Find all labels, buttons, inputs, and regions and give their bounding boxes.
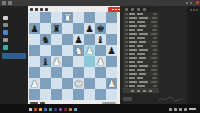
taskbar-app-icon[interactable] xyxy=(39,108,42,111)
white-move[interactable] xyxy=(129,65,137,67)
white-move[interactable] xyxy=(129,53,135,55)
square-g3[interactable] xyxy=(95,67,106,78)
piece-wR-d8: ♜ xyxy=(63,12,72,23)
move-number xyxy=(125,29,128,31)
white-move[interactable] xyxy=(129,45,135,47)
square-a5[interactable] xyxy=(29,45,40,56)
piece-bP-f7: ♟ xyxy=(85,23,94,34)
move-list xyxy=(123,12,159,88)
square-h6[interactable] xyxy=(106,34,117,45)
move-number xyxy=(125,41,128,43)
square-f3[interactable] xyxy=(84,67,95,78)
piece-bK-g7: ♚ xyxy=(96,23,105,34)
eval-value xyxy=(151,45,157,47)
square-b7[interactable] xyxy=(40,23,51,34)
eval-value xyxy=(151,21,157,23)
square-h3[interactable] xyxy=(106,67,117,78)
square-e6[interactable]: ♟ xyxy=(73,34,84,45)
taskbar-app-icon[interactable] xyxy=(54,108,57,111)
eval-value xyxy=(153,25,157,27)
square-a6[interactable] xyxy=(29,34,40,45)
site-menu-icon[interactable] xyxy=(30,8,33,11)
white-move[interactable] xyxy=(129,17,137,19)
square-b5[interactable] xyxy=(40,45,51,56)
square-c5[interactable] xyxy=(51,45,62,56)
square-a3[interactable] xyxy=(29,67,40,78)
app-icon-4[interactable] xyxy=(3,38,8,42)
taskbar xyxy=(0,104,200,113)
white-move[interactable] xyxy=(129,21,135,23)
white-move[interactable] xyxy=(129,81,137,83)
tray-icon[interactable] xyxy=(179,108,182,111)
move-tab-icon-3[interactable] xyxy=(137,8,140,11)
square-f1[interactable] xyxy=(84,89,95,100)
maximize-icon[interactable] xyxy=(190,2,192,4)
move-number xyxy=(125,85,128,87)
eval-value xyxy=(151,69,157,71)
white-move[interactable] xyxy=(129,49,137,51)
white-move[interactable] xyxy=(129,73,137,75)
right-edge-panel xyxy=(187,6,200,104)
analysis-panel xyxy=(120,6,187,104)
taskbar-app-icon[interactable] xyxy=(74,108,77,111)
black-move[interactable] xyxy=(137,21,145,23)
black-move[interactable] xyxy=(137,85,145,87)
black-move[interactable] xyxy=(137,61,143,63)
square-a2[interactable]: ♟ xyxy=(29,78,40,89)
black-move[interactable] xyxy=(137,53,145,55)
site-nav-icon-1[interactable] xyxy=(35,8,38,11)
square-a8[interactable] xyxy=(29,12,40,23)
move-number xyxy=(125,69,128,71)
eval-value xyxy=(153,49,157,51)
tray-icon[interactable] xyxy=(184,108,187,111)
white-move[interactable] xyxy=(129,85,135,87)
chess-board: ♜♟♜♟♚♞♟♝♞♟♟♝♟♟♟♚♟ xyxy=(29,12,117,100)
square-a4[interactable] xyxy=(29,56,40,67)
badge-dot xyxy=(112,9,114,11)
black-move[interactable] xyxy=(137,37,145,39)
piece-wP-h2: ♟ xyxy=(107,78,116,89)
piece-wP-c4: ♟ xyxy=(52,56,61,67)
square-d5[interactable] xyxy=(62,45,73,56)
eval-value xyxy=(152,17,157,19)
move-number xyxy=(125,65,128,67)
eval-value xyxy=(151,57,157,59)
square-b3[interactable] xyxy=(40,67,51,78)
white-move[interactable] xyxy=(129,41,137,43)
page-content: ♜♟♜♟♚♞♟♝♞♟♟♝♟♟♟♚♟ xyxy=(28,6,120,104)
square-c1[interactable] xyxy=(51,89,62,100)
piece-bB-g6: ♝ xyxy=(96,34,105,45)
app-icon-2[interactable] xyxy=(3,23,8,27)
piece-bP-a7: ♟ xyxy=(30,23,39,34)
tray-icon[interactable] xyxy=(174,108,177,111)
piece-wK-e2: ♚ xyxy=(74,78,83,89)
eval-value xyxy=(153,73,157,75)
square-e7[interactable] xyxy=(73,23,84,34)
eval-value xyxy=(153,37,157,39)
black-move[interactable] xyxy=(137,77,143,79)
square-g2[interactable] xyxy=(95,78,106,89)
square-h2[interactable]: ♟ xyxy=(106,78,117,89)
white-move[interactable] xyxy=(129,13,135,15)
square-c2[interactable] xyxy=(51,78,62,89)
app-icon-6[interactable] xyxy=(2,53,26,59)
square-c4[interactable]: ♟ xyxy=(51,56,62,67)
white-move[interactable] xyxy=(129,33,137,35)
taskbar-clock xyxy=(189,108,196,110)
square-b4[interactable]: ♝ xyxy=(40,56,51,67)
square-d8[interactable]: ♜ xyxy=(62,12,73,23)
eval-value xyxy=(151,81,157,83)
square-d7[interactable] xyxy=(62,23,73,34)
white-move[interactable] xyxy=(129,69,135,71)
taskbar-app-icon[interactable] xyxy=(44,108,47,111)
move-number xyxy=(125,21,128,23)
white-move[interactable] xyxy=(129,61,135,63)
piece-bP-e6: ♟ xyxy=(74,34,83,45)
square-d3[interactable] xyxy=(62,67,73,78)
square-e1[interactable] xyxy=(73,89,84,100)
minimize-icon[interactable] xyxy=(186,2,188,4)
square-h7[interactable] xyxy=(106,23,117,34)
piece-wN-e5: ♞ xyxy=(74,45,83,56)
black-move[interactable] xyxy=(139,81,148,83)
square-b8[interactable] xyxy=(40,12,51,23)
eval-value xyxy=(153,61,157,63)
eval-value xyxy=(152,53,157,55)
square-g5[interactable] xyxy=(95,45,106,56)
panel-menu-button[interactable] xyxy=(123,97,132,101)
white-move[interactable] xyxy=(129,29,135,31)
move-number xyxy=(125,61,128,63)
piece-wP-f5: ♟ xyxy=(85,45,94,56)
move-number xyxy=(125,17,128,19)
square-d6[interactable] xyxy=(62,34,73,45)
move-number xyxy=(125,45,128,47)
black-move[interactable] xyxy=(137,13,143,15)
piece-bP-h5: ♟ xyxy=(107,45,116,56)
watermark-signature xyxy=(158,95,184,103)
square-c7[interactable]: ♜ xyxy=(51,23,62,34)
square-g4[interactable]: ♟ xyxy=(95,56,106,67)
eval-value xyxy=(152,29,157,31)
app-icon-1[interactable] xyxy=(3,16,8,20)
square-e8[interactable] xyxy=(73,12,84,23)
black-move[interactable] xyxy=(137,29,143,31)
piece-wP-g4: ♟ xyxy=(96,56,105,67)
nav-first-button[interactable] xyxy=(131,90,134,92)
square-f6[interactable] xyxy=(84,34,95,45)
move-number xyxy=(125,37,128,39)
piece-bR-c7: ♜ xyxy=(52,23,61,34)
white-move[interactable] xyxy=(129,77,135,79)
app-icon-3[interactable] xyxy=(3,30,8,35)
square-a1[interactable] xyxy=(29,89,40,100)
tray-icon[interactable] xyxy=(169,108,172,111)
square-d1[interactable] xyxy=(62,89,73,100)
square-h1[interactable] xyxy=(106,89,117,100)
square-c3[interactable] xyxy=(51,67,62,78)
browser-tab-2[interactable] xyxy=(8,1,12,5)
eval-value xyxy=(152,77,157,79)
move-nav-controls xyxy=(123,88,159,93)
taskbar-app-icon[interactable] xyxy=(69,108,72,111)
square-c8[interactable] xyxy=(51,12,62,23)
square-d4[interactable] xyxy=(62,56,73,67)
move-number xyxy=(125,77,128,79)
nav-last-button[interactable] xyxy=(149,90,152,92)
panel-dot-icon[interactable] xyxy=(193,9,195,11)
move-number xyxy=(125,57,128,59)
square-c6[interactable] xyxy=(51,34,62,45)
square-h8[interactable] xyxy=(106,12,117,23)
taskbar-app-icon[interactable] xyxy=(29,108,32,111)
white-move[interactable] xyxy=(129,37,135,39)
move-list-panel xyxy=(123,7,159,93)
panel-dot-icon[interactable] xyxy=(190,9,192,11)
taskbar-app-icon[interactable] xyxy=(34,108,37,111)
piece-bB-b4: ♝ xyxy=(41,56,50,67)
eval-value xyxy=(153,13,157,15)
black-move[interactable] xyxy=(139,41,146,43)
square-f4[interactable] xyxy=(84,56,95,67)
black-move[interactable] xyxy=(139,57,146,59)
square-b1[interactable] xyxy=(40,89,51,100)
square-e2[interactable]: ♚ xyxy=(73,78,84,89)
move-number xyxy=(125,33,128,35)
black-move[interactable] xyxy=(139,17,148,19)
piece-wP-a2: ♟ xyxy=(30,78,39,89)
move-number xyxy=(125,25,128,27)
taskbar-app-icon[interactable] xyxy=(59,108,62,111)
square-h5[interactable]: ♟ xyxy=(106,45,117,56)
black-move[interactable] xyxy=(137,69,145,71)
black-move[interactable] xyxy=(139,25,146,27)
app-icon-5[interactable] xyxy=(3,45,8,50)
square-e5[interactable]: ♞ xyxy=(73,45,84,56)
move-number xyxy=(125,73,128,75)
eval-value xyxy=(152,65,157,67)
nav-prev-button[interactable] xyxy=(137,90,140,92)
site-nav-icon-2[interactable] xyxy=(40,8,43,11)
square-e4[interactable] xyxy=(73,56,84,67)
taskbar-app-icon[interactable] xyxy=(64,108,67,111)
square-f2[interactable] xyxy=(84,78,95,89)
taskbar-app-icon[interactable] xyxy=(49,108,52,111)
eval-value xyxy=(151,33,157,35)
square-e3[interactable] xyxy=(73,67,84,78)
black-move[interactable] xyxy=(139,49,148,51)
system-tray xyxy=(169,108,196,111)
move-tab-icon-2[interactable] xyxy=(131,8,134,11)
square-g8[interactable] xyxy=(95,12,106,23)
white-move[interactable] xyxy=(129,25,137,27)
move-number xyxy=(125,49,128,51)
square-f8[interactable] xyxy=(84,12,95,23)
square-f7[interactable]: ♟ xyxy=(84,23,95,34)
piece-bN-b6: ♞ xyxy=(41,34,50,45)
move-number xyxy=(125,13,128,15)
badge-dot xyxy=(115,9,117,11)
square-g6[interactable]: ♝ xyxy=(95,34,106,45)
white-move[interactable] xyxy=(129,57,137,59)
black-move[interactable] xyxy=(137,45,143,47)
move-tab-icon-4[interactable] xyxy=(143,8,146,11)
square-h4[interactable] xyxy=(106,56,117,67)
site-nav-icon-3[interactable] xyxy=(45,8,48,11)
desktop: ♜♟♜♟♚♞♟♝♞♟♟♝♟♟♟♚♟ xyxy=(0,0,200,113)
taskbar-app-icons xyxy=(29,108,77,111)
move-number xyxy=(125,53,128,55)
eval-value xyxy=(153,85,157,87)
square-b2[interactable] xyxy=(40,78,51,89)
square-g7[interactable]: ♚ xyxy=(95,23,106,34)
eval-value xyxy=(152,41,157,43)
move-number xyxy=(125,81,128,83)
black-move[interactable] xyxy=(139,33,148,35)
black-move[interactable] xyxy=(139,65,148,67)
panel-dot-icon[interactable] xyxy=(196,9,198,11)
square-g1[interactable] xyxy=(95,89,106,100)
black-move[interactable] xyxy=(139,73,146,75)
left-sidebar xyxy=(0,6,28,104)
square-d2[interactable] xyxy=(62,78,73,89)
nav-next-button[interactable] xyxy=(143,90,146,92)
square-b6[interactable]: ♞ xyxy=(40,34,51,45)
close-icon[interactable] xyxy=(196,1,199,4)
move-tab-icon-1[interactable] xyxy=(125,8,128,11)
square-a7[interactable]: ♟ xyxy=(29,23,40,34)
browser-tab-1[interactable] xyxy=(2,1,6,5)
square-f5[interactable]: ♟ xyxy=(84,45,95,56)
